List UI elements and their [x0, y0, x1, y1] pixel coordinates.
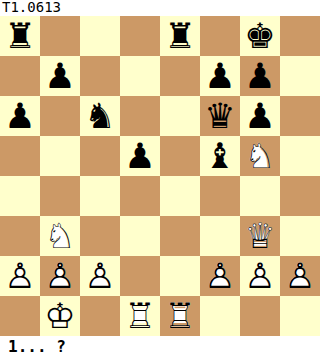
square-d1[interactable]: ♜♖: [120, 296, 160, 336]
square-g3[interactable]: ♛♕: [240, 216, 280, 256]
square-e8[interactable]: ♜: [160, 16, 200, 56]
square-f2[interactable]: ♟♙: [200, 256, 240, 296]
square-e2[interactable]: [160, 256, 200, 296]
square-g6[interactable]: ♟: [240, 96, 280, 136]
square-a5[interactable]: [0, 136, 40, 176]
square-g4[interactable]: [240, 176, 280, 216]
square-e1[interactable]: ♜♖: [160, 296, 200, 336]
square-f6[interactable]: ♛: [200, 96, 240, 136]
black-pawn-a6: ♟: [0, 96, 40, 136]
square-f8[interactable]: [200, 16, 240, 56]
square-c4[interactable]: [80, 176, 120, 216]
puzzle-id: T1.0613: [0, 0, 320, 16]
square-b2[interactable]: ♟♙: [40, 256, 80, 296]
square-d3[interactable]: [120, 216, 160, 256]
black-pawn-g7: ♟: [240, 56, 280, 96]
square-f1[interactable]: [200, 296, 240, 336]
square-c8[interactable]: [80, 16, 120, 56]
square-e4[interactable]: [160, 176, 200, 216]
square-b7[interactable]: ♟: [40, 56, 80, 96]
square-c7[interactable]: [80, 56, 120, 96]
square-b8[interactable]: [40, 16, 80, 56]
square-e3[interactable]: [160, 216, 200, 256]
square-h4[interactable]: [280, 176, 320, 216]
square-c6[interactable]: ♞: [80, 96, 120, 136]
black-pawn-g6: ♟: [240, 96, 280, 136]
square-a8[interactable]: ♜: [0, 16, 40, 56]
chess-board: ♜♜♚♟♟♟♟♞♛♟♟♝♞♘♞♘♛♕♟♙♟♙♟♙♟♙♟♙♟♙♚♔♜♖♜♖: [0, 16, 320, 336]
white-rook-d1: ♜♖: [120, 296, 160, 336]
square-d7[interactable]: [120, 56, 160, 96]
square-e5[interactable]: [160, 136, 200, 176]
black-pawn-f7: ♟: [200, 56, 240, 96]
black-pawn-b7: ♟: [40, 56, 80, 96]
square-g7[interactable]: ♟: [240, 56, 280, 96]
square-d6[interactable]: [120, 96, 160, 136]
square-d8[interactable]: [120, 16, 160, 56]
white-pawn-c2: ♟♙: [80, 256, 120, 296]
square-c2[interactable]: ♟♙: [80, 256, 120, 296]
black-queen-f6: ♛: [200, 96, 240, 136]
move-prompt: 1... ?: [0, 336, 320, 360]
black-rook-a8: ♜: [0, 16, 40, 56]
black-king-g8: ♚: [240, 16, 280, 56]
square-a2[interactable]: ♟♙: [0, 256, 40, 296]
white-knight-g5: ♞♘: [240, 136, 280, 176]
square-b6[interactable]: [40, 96, 80, 136]
square-d5[interactable]: ♟: [120, 136, 160, 176]
square-h1[interactable]: [280, 296, 320, 336]
square-h5[interactable]: [280, 136, 320, 176]
square-g2[interactable]: ♟♙: [240, 256, 280, 296]
square-b3[interactable]: ♞♘: [40, 216, 80, 256]
square-g5[interactable]: ♞♘: [240, 136, 280, 176]
square-h7[interactable]: [280, 56, 320, 96]
square-e6[interactable]: [160, 96, 200, 136]
square-a6[interactable]: ♟: [0, 96, 40, 136]
white-pawn-g2: ♟♙: [240, 256, 280, 296]
white-king-b1: ♚♔: [40, 296, 80, 336]
white-pawn-f2: ♟♙: [200, 256, 240, 296]
square-f7[interactable]: ♟: [200, 56, 240, 96]
square-h3[interactable]: [280, 216, 320, 256]
square-h2[interactable]: ♟♙: [280, 256, 320, 296]
white-pawn-h2: ♟♙: [280, 256, 320, 296]
black-knight-c6: ♞: [80, 96, 120, 136]
square-b4[interactable]: [40, 176, 80, 216]
white-knight-b3: ♞♘: [40, 216, 80, 256]
black-rook-e8: ♜: [160, 16, 200, 56]
square-a1[interactable]: [0, 296, 40, 336]
square-d2[interactable]: [120, 256, 160, 296]
square-c5[interactable]: [80, 136, 120, 176]
black-bishop-f5: ♝: [200, 136, 240, 176]
square-c3[interactable]: [80, 216, 120, 256]
square-e7[interactable]: [160, 56, 200, 96]
square-c1[interactable]: [80, 296, 120, 336]
white-queen-g3: ♛♕: [240, 216, 280, 256]
square-f3[interactable]: [200, 216, 240, 256]
square-h8[interactable]: [280, 16, 320, 56]
square-d4[interactable]: [120, 176, 160, 216]
chess-puzzle-app: T1.0613 ♜♜♚♟♟♟♟♞♛♟♟♝♞♘♞♘♛♕♟♙♟♙♟♙♟♙♟♙♟♙♚♔…: [0, 0, 320, 360]
white-pawn-a2: ♟♙: [0, 256, 40, 296]
square-h6[interactable]: [280, 96, 320, 136]
square-b1[interactable]: ♚♔: [40, 296, 80, 336]
square-a4[interactable]: [0, 176, 40, 216]
square-f4[interactable]: [200, 176, 240, 216]
white-pawn-b2: ♟♙: [40, 256, 80, 296]
square-g8[interactable]: ♚: [240, 16, 280, 56]
square-g1[interactable]: [240, 296, 280, 336]
square-a7[interactable]: [0, 56, 40, 96]
square-b5[interactable]: [40, 136, 80, 176]
white-rook-e1: ♜♖: [160, 296, 200, 336]
black-pawn-d5: ♟: [120, 136, 160, 176]
square-f5[interactable]: ♝: [200, 136, 240, 176]
square-a3[interactable]: [0, 216, 40, 256]
